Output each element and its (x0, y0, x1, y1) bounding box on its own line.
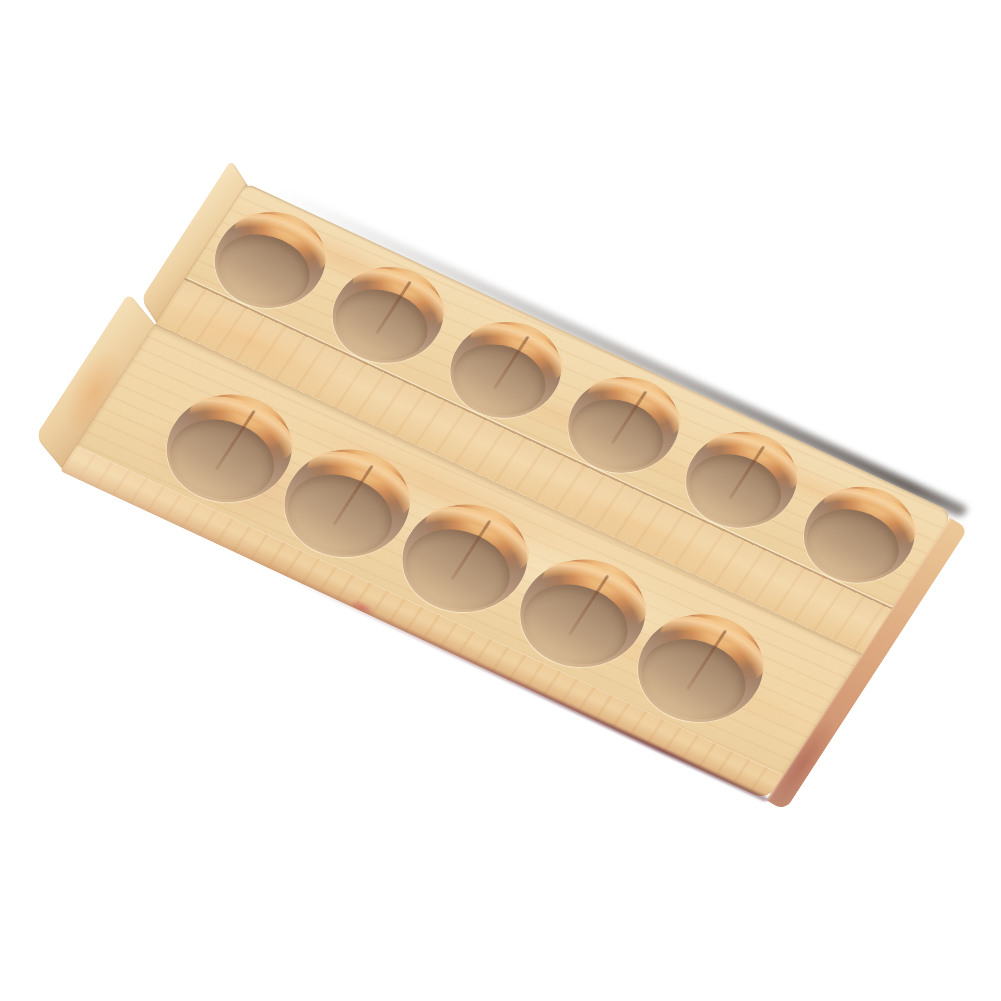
wood-grain-line (215, 410, 256, 470)
mancala-board (60, 183, 954, 801)
wood-grain-line (568, 575, 609, 635)
wood-grain-line (686, 630, 727, 690)
wood-grain-line (450, 520, 491, 580)
wood-grain-line (493, 336, 529, 390)
wood-grain-line (611, 391, 647, 445)
wood-grain-line (728, 445, 764, 499)
wood-grain-line (375, 281, 411, 335)
board-scene (0, 0, 1001, 1001)
wood-grain-line (333, 465, 374, 525)
